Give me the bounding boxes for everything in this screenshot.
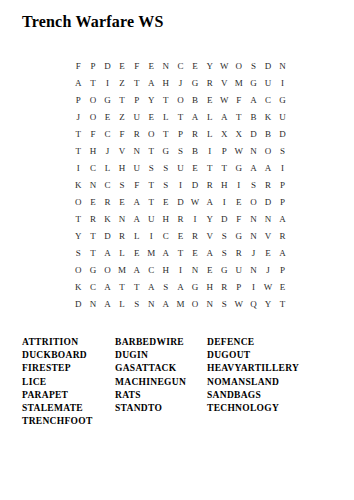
grid-cell-r13c10: E bbox=[202, 261, 217, 278]
grid-cell-r12c3: A bbox=[100, 244, 115, 261]
grid-cell-r10c9: I bbox=[188, 210, 203, 227]
grid-cell-r3c1: P bbox=[71, 91, 86, 108]
grid-cell-r10c2: R bbox=[86, 210, 101, 227]
grid-cell-r14c12: P bbox=[232, 278, 247, 295]
grid-cell-r5c12: X bbox=[232, 125, 247, 142]
grid-cell-r15c12: W bbox=[232, 295, 247, 312]
grid-cell-r6c8: S bbox=[173, 142, 188, 159]
grid-cell-r15c5: S bbox=[129, 295, 144, 312]
grid-cell-r9c3: R bbox=[100, 193, 115, 210]
grid-cell-r15c2: N bbox=[86, 295, 101, 312]
grid-cell-r1c5: F bbox=[129, 57, 144, 74]
grid-cell-r7c3: L bbox=[100, 159, 115, 176]
grid-cell-r15c10: N bbox=[202, 295, 217, 312]
grid-cell-r1c4: E bbox=[115, 57, 130, 74]
grid-cell-r9c2: E bbox=[86, 193, 101, 210]
grid-cell-r2c7: H bbox=[159, 74, 174, 91]
grid-cell-r2c5: T bbox=[129, 74, 144, 91]
grid-cell-r14c11: R bbox=[217, 278, 232, 295]
grid-cell-r3c8: O bbox=[173, 91, 188, 108]
grid-cell-r12c7: A bbox=[159, 244, 174, 261]
grid-cell-r8c4: S bbox=[115, 176, 130, 193]
grid-cell-r11c8: E bbox=[173, 227, 188, 244]
grid-cell-r15c8: M bbox=[173, 295, 188, 312]
grid-cell-r4c11: A bbox=[217, 108, 232, 125]
grid-cell-r13c13: N bbox=[246, 261, 261, 278]
grid-cell-r10c12: F bbox=[232, 210, 247, 227]
grid-cell-r6c13: N bbox=[246, 142, 261, 159]
grid-cell-r3c15: G bbox=[275, 91, 290, 108]
grid-cell-r11c14: V bbox=[261, 227, 276, 244]
grid-cell-r13c1: O bbox=[71, 261, 86, 278]
word-item: DEFENCE bbox=[207, 336, 299, 349]
grid-cell-r3c11: W bbox=[217, 91, 232, 108]
grid-cell-r13c2: G bbox=[86, 261, 101, 278]
grid-cell-r4c14: K bbox=[261, 108, 276, 125]
grid-cell-r4c10: L bbox=[202, 108, 217, 125]
grid-cell-r6c5: N bbox=[129, 142, 144, 159]
grid-cell-r8c15: P bbox=[275, 176, 290, 193]
grid-cell-r5c4: F bbox=[115, 125, 130, 142]
grid-cell-r10c7: H bbox=[159, 210, 174, 227]
grid-cell-r3c4: T bbox=[115, 91, 130, 108]
grid-cell-r15c7: A bbox=[159, 295, 174, 312]
grid-cell-r6c2: H bbox=[86, 142, 101, 159]
grid-cell-r9c5: A bbox=[129, 193, 144, 210]
grid-cell-r6c7: G bbox=[159, 142, 174, 159]
grid-cell-r9c6: T bbox=[144, 193, 159, 210]
grid-cell-r10c1: T bbox=[71, 210, 86, 227]
grid-cell-r8c1: K bbox=[71, 176, 86, 193]
grid-cell-r4c13: B bbox=[246, 108, 261, 125]
grid-cell-r15c11: S bbox=[217, 295, 232, 312]
word-item: LICE bbox=[22, 376, 93, 389]
word-item: SANDBAGS bbox=[207, 389, 299, 402]
grid-cell-r1c9: E bbox=[188, 57, 203, 74]
grid-cell-r13c4: M bbox=[115, 261, 130, 278]
grid-cell-r11c7: C bbox=[159, 227, 174, 244]
grid-cell-r10c6: U bbox=[144, 210, 159, 227]
word-item: TECHNOLOGY bbox=[207, 402, 299, 415]
grid-cell-r2c13: G bbox=[246, 74, 261, 91]
word-item: DUCKBOARD bbox=[22, 349, 93, 362]
grid-cell-r10c14: N bbox=[261, 210, 276, 227]
grid-cell-r8c11: H bbox=[217, 176, 232, 193]
grid-cell-r1c15: N bbox=[275, 57, 290, 74]
page-title: Trench Warfare WS bbox=[22, 13, 163, 31]
grid-cell-r7c10: T bbox=[202, 159, 217, 176]
grid-cell-r7c1: I bbox=[71, 159, 86, 176]
grid-cell-r15c14: Y bbox=[261, 295, 276, 312]
grid-cell-r5c5: R bbox=[129, 125, 144, 142]
word-item: STANDTO bbox=[115, 402, 186, 415]
grid-cell-r11c1: Y bbox=[71, 227, 86, 244]
grid-cell-r7c4: H bbox=[115, 159, 130, 176]
grid-cell-r11c15: R bbox=[275, 227, 290, 244]
grid-cell-r11c2: T bbox=[86, 227, 101, 244]
grid-cell-r14c10: H bbox=[202, 278, 217, 295]
grid-cell-r4c12: T bbox=[232, 108, 247, 125]
word-item: DUGOUT bbox=[207, 349, 299, 362]
grid-cell-r8c10: R bbox=[202, 176, 217, 193]
grid-cell-r12c2: T bbox=[86, 244, 101, 261]
grid-cell-r14c2: C bbox=[86, 278, 101, 295]
grid-cell-r15c15: T bbox=[275, 295, 290, 312]
grid-cell-r4c7: L bbox=[159, 108, 174, 125]
grid-cell-r11c13: N bbox=[246, 227, 261, 244]
word-item: ATTRITION bbox=[22, 336, 93, 349]
grid-cell-r8c5: F bbox=[129, 176, 144, 193]
grid-cell-r8c12: I bbox=[232, 176, 247, 193]
grid-cell-r14c8: A bbox=[173, 278, 188, 295]
grid-cell-r14c3: A bbox=[100, 278, 115, 295]
grid-cell-r13c11: G bbox=[217, 261, 232, 278]
grid-cell-r3c6: Y bbox=[144, 91, 159, 108]
grid-cell-r11c5: L bbox=[129, 227, 144, 244]
grid-cell-r9c15: P bbox=[275, 193, 290, 210]
grid-cell-r9c13: O bbox=[246, 193, 261, 210]
grid-cell-r2c1: A bbox=[71, 74, 86, 91]
grid-cell-r8c3: C bbox=[100, 176, 115, 193]
grid-cell-r2c12: M bbox=[232, 74, 247, 91]
word-item: STALEMATE bbox=[22, 402, 93, 415]
grid-cell-r7c6: S bbox=[144, 159, 159, 176]
grid-cell-r13c3: O bbox=[100, 261, 115, 278]
grid-cell-r9c4: E bbox=[115, 193, 130, 210]
grid-cell-r4c9: A bbox=[188, 108, 203, 125]
grid-cell-r5c3: C bbox=[100, 125, 115, 142]
grid-cell-r4c2: O bbox=[86, 108, 101, 125]
grid-cell-r6c1: T bbox=[71, 142, 86, 159]
grid-cell-r10c3: K bbox=[100, 210, 115, 227]
grid-cell-r15c4: L bbox=[115, 295, 130, 312]
grid-cell-r2c14: U bbox=[261, 74, 276, 91]
grid-cell-r3c10: E bbox=[202, 91, 217, 108]
grid-cell-r11c4: R bbox=[115, 227, 130, 244]
grid-cell-r7c5: U bbox=[129, 159, 144, 176]
grid-cell-r1c7: N bbox=[159, 57, 174, 74]
grid-cell-r7c12: G bbox=[232, 159, 247, 176]
word-item: DUGIN bbox=[115, 349, 186, 362]
grid-cell-r7c8: U bbox=[173, 159, 188, 176]
grid-cell-r7c15: I bbox=[275, 159, 290, 176]
grid-cell-r1c13: S bbox=[246, 57, 261, 74]
grid-cell-r13c14: J bbox=[261, 261, 276, 278]
grid-cell-r11c3: D bbox=[100, 227, 115, 244]
grid-cell-r11c10: V bbox=[202, 227, 217, 244]
grid-cell-r7c13: A bbox=[246, 159, 261, 176]
grid-cell-r12c4: L bbox=[115, 244, 130, 261]
grid-cell-r11c6: I bbox=[144, 227, 159, 244]
word-list-column-2: BARBEDWIREDUGINGASATTACKMACHINEGUNRATSST… bbox=[115, 336, 186, 415]
grid-cell-r10c10: Y bbox=[202, 210, 217, 227]
grid-cell-r4c1: J bbox=[71, 108, 86, 125]
grid-cell-r2c9: G bbox=[188, 74, 203, 91]
grid-cell-r15c13: Q bbox=[246, 295, 261, 312]
grid-cell-r5c13: D bbox=[246, 125, 261, 142]
grid-cell-r11c11: S bbox=[217, 227, 232, 244]
grid-cell-r12c11: S bbox=[217, 244, 232, 261]
grid-cell-r3c9: B bbox=[188, 91, 203, 108]
grid-cell-r6c4: V bbox=[115, 142, 130, 159]
grid-cell-r12c10: A bbox=[202, 244, 217, 261]
grid-cell-r13c5: A bbox=[129, 261, 144, 278]
grid-cell-r8c2: N bbox=[86, 176, 101, 193]
grid-cell-r5c10: L bbox=[202, 125, 217, 142]
grid-cell-r1c12: O bbox=[232, 57, 247, 74]
grid-cell-r2c11: V bbox=[217, 74, 232, 91]
grid-cell-r13c6: C bbox=[144, 261, 159, 278]
grid-cell-r14c7: S bbox=[159, 278, 174, 295]
grid-cell-r6c6: T bbox=[144, 142, 159, 159]
grid-cell-r4c8: T bbox=[173, 108, 188, 125]
word-list-column-3: DEFENCEDUGOUTHEAVYARTILLERYNOMANSLANDSAN… bbox=[207, 336, 299, 415]
word-item: NOMANSLAND bbox=[207, 376, 299, 389]
grid-cell-r6c9: B bbox=[188, 142, 203, 159]
grid-cell-r5c11: X bbox=[217, 125, 232, 142]
grid-cell-r14c9: G bbox=[188, 278, 203, 295]
grid-cell-r5c1: T bbox=[71, 125, 86, 142]
grid-cell-r11c9: R bbox=[188, 227, 203, 244]
grid-cell-r2c8: J bbox=[173, 74, 188, 91]
grid-cell-r1c6: E bbox=[144, 57, 159, 74]
grid-cell-r12c6: M bbox=[144, 244, 159, 261]
grid-cell-r2c2: T bbox=[86, 74, 101, 91]
word-item: MACHINEGUN bbox=[115, 376, 186, 389]
grid-cell-r11c12: G bbox=[232, 227, 247, 244]
grid-cell-r1c14: D bbox=[261, 57, 276, 74]
grid-cell-r6c10: I bbox=[202, 142, 217, 159]
grid-cell-r5c9: R bbox=[188, 125, 203, 142]
grid-cell-r10c8: R bbox=[173, 210, 188, 227]
grid-cell-r12c14: E bbox=[261, 244, 276, 261]
grid-cell-r5c15: D bbox=[275, 125, 290, 142]
grid-cell-r12c5: E bbox=[129, 244, 144, 261]
grid-cell-r8c9: D bbox=[188, 176, 203, 193]
grid-cell-r1c2: P bbox=[86, 57, 101, 74]
grid-cell-r1c1: F bbox=[71, 57, 86, 74]
grid-cell-r10c13: N bbox=[246, 210, 261, 227]
word-item: BARBEDWIRE bbox=[115, 336, 186, 349]
grid-cell-r5c6: O bbox=[144, 125, 159, 142]
grid-cell-r14c13: I bbox=[246, 278, 261, 295]
grid-cell-r7c9: E bbox=[188, 159, 203, 176]
grid-cell-r13c9: N bbox=[188, 261, 203, 278]
grid-cell-r15c3: A bbox=[100, 295, 115, 312]
grid-cell-r5c8: P bbox=[173, 125, 188, 142]
grid-cell-r5c7: T bbox=[159, 125, 174, 142]
word-item: TRENCHFOOT bbox=[22, 415, 93, 428]
grid-cell-r6c3: J bbox=[100, 142, 115, 159]
grid-cell-r7c14: A bbox=[261, 159, 276, 176]
grid-cell-r1c11: W bbox=[217, 57, 232, 74]
grid-cell-r14c14: W bbox=[261, 278, 276, 295]
word-item: PARAPET bbox=[22, 389, 93, 402]
grid-cell-r8c6: T bbox=[144, 176, 159, 193]
grid-cell-r2c10: R bbox=[202, 74, 217, 91]
grid-cell-r12c15: A bbox=[275, 244, 290, 261]
grid-cell-r3c13: A bbox=[246, 91, 261, 108]
word-item: HEAVYARTILLERY bbox=[207, 362, 299, 375]
grid-cell-r9c12: E bbox=[232, 193, 247, 210]
grid-cell-r5c14: B bbox=[261, 125, 276, 142]
grid-cell-r14c4: T bbox=[115, 278, 130, 295]
grid-cell-r3c12: F bbox=[232, 91, 247, 108]
grid-cell-r2c15: I bbox=[275, 74, 290, 91]
grid-cell-r4c3: E bbox=[100, 108, 115, 125]
grid-cell-r9c7: E bbox=[159, 193, 174, 210]
grid-cell-r9c11: I bbox=[217, 193, 232, 210]
grid-cell-r4c15: U bbox=[275, 108, 290, 125]
word-item: FIRESTEP bbox=[22, 362, 93, 375]
grid-cell-r12c12: R bbox=[232, 244, 247, 261]
grid-cell-r8c7: S bbox=[159, 176, 174, 193]
grid-cell-r9c9: W bbox=[188, 193, 203, 210]
grid-cell-r13c15: P bbox=[275, 261, 290, 278]
grid-cell-r4c4: Z bbox=[115, 108, 130, 125]
grid-cell-r8c8: I bbox=[173, 176, 188, 193]
word-item: GASATTACK bbox=[115, 362, 186, 375]
grid-cell-r14c6: A bbox=[144, 278, 159, 295]
grid-cell-r15c6: N bbox=[144, 295, 159, 312]
grid-cell-r10c15: A bbox=[275, 210, 290, 227]
grid-cell-r14c5: T bbox=[129, 278, 144, 295]
grid-cell-r9c14: D bbox=[261, 193, 276, 210]
grid-cell-r8c13: S bbox=[246, 176, 261, 193]
grid-cell-r12c1: S bbox=[71, 244, 86, 261]
grid-cell-r6c15: S bbox=[275, 142, 290, 159]
grid-cell-r3c2: O bbox=[86, 91, 101, 108]
word-item: RATS bbox=[115, 389, 186, 402]
grid-cell-r14c1: K bbox=[71, 278, 86, 295]
grid-cell-r9c10: A bbox=[202, 193, 217, 210]
word-list-column-1: ATTRITIONDUCKBOARDFIRESTEPLICEPARAPETSTA… bbox=[22, 336, 93, 428]
grid-cell-r10c11: D bbox=[217, 210, 232, 227]
grid-cell-r3c7: T bbox=[159, 91, 174, 108]
grid-cell-r13c12: U bbox=[232, 261, 247, 278]
grid-cell-r9c8: D bbox=[173, 193, 188, 210]
grid-cell-r7c7: S bbox=[159, 159, 174, 176]
grid-cell-r12c9: E bbox=[188, 244, 203, 261]
grid-cell-r5c2: F bbox=[86, 125, 101, 142]
grid-cell-r13c7: H bbox=[159, 261, 174, 278]
grid-cell-r1c3: D bbox=[100, 57, 115, 74]
worksheet-page: Trench Warfare WS FPDEFENCEYWOSDNATIZTAH… bbox=[0, 0, 354, 500]
grid-cell-r7c11: T bbox=[217, 159, 232, 176]
grid-cell-r2c4: Z bbox=[115, 74, 130, 91]
grid-cell-r4c6: E bbox=[144, 108, 159, 125]
grid-cell-r14c15: E bbox=[275, 278, 290, 295]
grid-cell-r12c8: T bbox=[173, 244, 188, 261]
grid-cell-r9c1: O bbox=[71, 193, 86, 210]
grid-cell-r1c10: Y bbox=[202, 57, 217, 74]
grid-cell-r7c2: C bbox=[86, 159, 101, 176]
grid-cell-r8c14: R bbox=[261, 176, 276, 193]
grid-cell-r1c8: C bbox=[173, 57, 188, 74]
grid-cell-r10c4: N bbox=[115, 210, 130, 227]
grid-cell-r15c1: D bbox=[71, 295, 86, 312]
grid-cell-r12c13: J bbox=[246, 244, 261, 261]
grid-cell-r2c6: A bbox=[144, 74, 159, 91]
grid-cell-r13c8: I bbox=[173, 261, 188, 278]
grid-cell-r6c12: W bbox=[232, 142, 247, 159]
grid-cell-r6c11: P bbox=[217, 142, 232, 159]
grid-cell-r3c5: P bbox=[129, 91, 144, 108]
grid-cell-r10c5: A bbox=[129, 210, 144, 227]
word-search-grid: FPDEFENCEYWOSDNATIZTAHJGRVMGUIPOGTPYTOBE… bbox=[71, 57, 290, 312]
grid-cell-r3c14: C bbox=[261, 91, 276, 108]
grid-cell-r4c5: U bbox=[129, 108, 144, 125]
grid-cell-r3c3: G bbox=[100, 91, 115, 108]
grid-cell-r15c9: O bbox=[188, 295, 203, 312]
grid-cell-r2c3: I bbox=[100, 74, 115, 91]
grid-cell-r6c14: O bbox=[261, 142, 276, 159]
